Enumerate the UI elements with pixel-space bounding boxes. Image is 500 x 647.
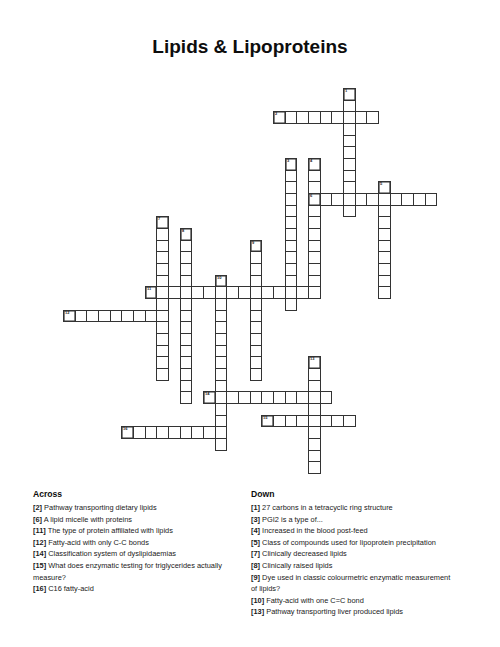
clue: [14] Classification system of dyslipidae… xyxy=(33,548,251,560)
clue-number: 14 xyxy=(205,392,209,396)
clue-text: C16 fatty-acid xyxy=(46,584,94,593)
clue: [13] Pathway transporting liver produced… xyxy=(251,606,475,618)
clue-number-label: [8] xyxy=(251,561,260,570)
clue-number: 4 xyxy=(310,159,312,163)
clue-number-label: [6] xyxy=(33,515,42,524)
clue-number-label: [2] xyxy=(33,503,42,512)
clue-number: 15 xyxy=(263,416,267,420)
clue: [12] Fatty-acid with only C-C bonds xyxy=(33,537,251,549)
clue-number-label: [10] xyxy=(251,596,264,605)
clue: [10] Fatty-acid with one C=C bond xyxy=(251,595,475,607)
clue-text: Pathway transporting dietary lipids xyxy=(42,503,157,512)
clue-number-label: [1] xyxy=(251,503,260,512)
clue-text: Dye used in classic colourmetric enzymat… xyxy=(251,573,450,594)
crossword-grid: 12345678910111213141516 xyxy=(63,88,438,475)
grid-cell[interactable] xyxy=(425,193,438,206)
crossword-page: Lipids & Lipoproteins 123456789101112131… xyxy=(0,0,500,647)
clue: [6] A lipid micelle with proteins xyxy=(33,514,251,526)
clue-text: Fatty-acid with one C=C bond xyxy=(264,596,364,605)
clue-text: PGI2 is a type of... xyxy=(260,515,323,524)
clue-number-label: [14] xyxy=(33,549,46,558)
clue: [1] 27 carbons in a tetracyclic ring str… xyxy=(251,502,475,514)
clue: [15] What does enzymatic testing for tri… xyxy=(33,560,251,583)
clue-text: 27 carbons in a tetracyclic ring structu… xyxy=(260,503,393,512)
grid-cell[interactable] xyxy=(366,111,379,124)
grid-cell[interactable] xyxy=(156,368,169,381)
clue-number: 13 xyxy=(310,357,314,361)
clue-text: Class of compounds used for lipoprotein … xyxy=(260,538,436,547)
grid-cell[interactable] xyxy=(215,438,228,451)
grid-cell[interactable] xyxy=(308,461,321,474)
clue-number-label: [4] xyxy=(251,526,260,535)
grid-cell[interactable] xyxy=(285,298,298,311)
clue-text: A lipid micelle with proteins xyxy=(42,515,132,524)
clue-number: 3 xyxy=(287,159,289,163)
clue: [3] PGI2 is a type of... xyxy=(251,514,475,526)
clue-number-label: [11] xyxy=(33,526,46,535)
clue-number: 16 xyxy=(123,427,127,431)
clue: [8] Clinically raised lipids xyxy=(251,560,475,572)
clue-text: Classification system of dyslipidaemias xyxy=(46,549,176,558)
grid-cell[interactable] xyxy=(308,286,321,299)
clue-text: The type of protein affiliated with lipi… xyxy=(46,526,173,535)
clue: [5] Class of compounds used for lipoprot… xyxy=(251,537,475,549)
across-header: Across xyxy=(33,489,251,500)
clue-number: 5 xyxy=(380,182,382,186)
clue-number: 10 xyxy=(217,276,221,280)
clue: [7] Clinically decreased lipids xyxy=(251,548,475,560)
clue-number: 11 xyxy=(147,287,151,291)
clue: [11] The type of protein affiliated with… xyxy=(33,525,251,537)
clue-number-label: [5] xyxy=(251,538,260,547)
clue-number: 6 xyxy=(310,194,312,198)
clue-number-label: [16] xyxy=(33,584,46,593)
across-clues-section: Across [2] Pathway transporting dietary … xyxy=(33,489,251,595)
down-clues-section: Down [1] 27 carbons in a tetracyclic rin… xyxy=(251,489,475,618)
grid-cell[interactable] xyxy=(343,415,356,428)
down-clue-list: [1] 27 carbons in a tetracyclic ring str… xyxy=(251,502,475,618)
clue-text: What does enzymatic testing for triglyce… xyxy=(33,561,222,582)
clue: [4] Increased in the blood post-feed xyxy=(251,525,475,537)
clue-number: 9 xyxy=(252,241,254,245)
clue: [16] C16 fatty-acid xyxy=(33,583,251,595)
puzzle-title: Lipids & Lipoproteins xyxy=(0,36,500,58)
clue-number-label: [15] xyxy=(33,561,46,570)
clue-number: 8 xyxy=(182,229,184,233)
clue-number: 1 xyxy=(345,89,347,93)
clue: [9] Dye used in classic colourmetric enz… xyxy=(251,572,475,595)
clue-number-label: [3] xyxy=(251,515,260,524)
grid-cell[interactable] xyxy=(378,286,391,299)
clue-number-label: [9] xyxy=(251,573,260,582)
clue-text: Pathway transporting liver produced lipi… xyxy=(264,607,403,616)
clue-number-label: [7] xyxy=(251,549,260,558)
clue: [2] Pathway transporting dietary lipids xyxy=(33,502,251,514)
across-clue-list: [2] Pathway transporting dietary lipids[… xyxy=(33,502,251,595)
grid-cell[interactable] xyxy=(343,205,356,218)
clue-number: 7 xyxy=(158,217,160,221)
grid-cell[interactable] xyxy=(180,391,193,404)
clue-number: 12 xyxy=(65,311,69,315)
clue-text: Clinically decreased lipids xyxy=(260,549,347,558)
clue-text: Fatty-acid with only C-C bonds xyxy=(46,538,149,547)
clue-text: Increased in the blood post-feed xyxy=(260,526,368,535)
clue-text: Clinically raised lipids xyxy=(260,561,332,570)
clue-number-label: [13] xyxy=(251,607,264,616)
grid-cell[interactable] xyxy=(320,391,333,404)
clue-number-label: [12] xyxy=(33,538,46,547)
clue-number: 2 xyxy=(275,112,277,116)
grid-cell[interactable] xyxy=(250,368,263,381)
down-header: Down xyxy=(251,489,475,500)
